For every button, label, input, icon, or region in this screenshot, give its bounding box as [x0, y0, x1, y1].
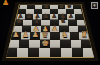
piece-white-pawn-a3[interactable]: ♟ [12, 32, 19, 40]
piece-black-pawn-g6[interactable]: ♟ [68, 13, 73, 19]
square-f1[interactable] [61, 48, 72, 57]
square-b2[interactable] [19, 40, 29, 48]
square-b5[interactable] [23, 20, 32, 26]
piece-white-pawn-c3[interactable]: ♟ [32, 32, 39, 40]
board-rank-1 [6, 48, 94, 57]
square-d1[interactable] [39, 48, 50, 57]
piece-black-pawn-d6[interactable]: ♟ [43, 13, 48, 19]
square-f2[interactable] [60, 40, 70, 48]
piece-white-knight-f3[interactable]: ♞ [61, 32, 68, 40]
piece-black-knight-f5[interactable]: ♞ [60, 19, 66, 26]
square-e3[interactable] [50, 32, 60, 39]
square-h7[interactable] [74, 9, 82, 14]
chess-app-window: ♟ ····· ♛♜♚♟♟♟♟♟♟♟♞♝♞♟♟♟♟♟♟♛♞♜♚ [0, 0, 100, 65]
piece-white-rook-h3[interactable]: ♜ [81, 32, 88, 40]
square-g1[interactable] [72, 48, 83, 57]
square-h8[interactable] [73, 5, 81, 10]
piece-black-knight-a5[interactable]: ♞ [16, 19, 22, 26]
square-e2[interactable] [50, 40, 60, 48]
piece-white-king-d2[interactable]: ♚ [41, 39, 49, 48]
square-b8[interactable] [27, 5, 35, 10]
square-e1[interactable] [50, 48, 61, 57]
board-rank-5 [15, 20, 86, 26]
piece-black-pawn-b6[interactable]: ♟ [26, 13, 31, 19]
square-c2[interactable] [29, 40, 39, 48]
square-h6[interactable] [75, 14, 83, 20]
square-c1[interactable] [28, 48, 39, 57]
square-g5[interactable] [68, 20, 77, 26]
square-c8[interactable] [35, 5, 43, 10]
square-b1[interactable] [17, 48, 28, 57]
piece-black-queen-d8[interactable]: ♛ [44, 4, 49, 9]
piece-black-rook-f8[interactable]: ♜ [59, 4, 64, 9]
piece-black-pawn-e6[interactable]: ♟ [52, 13, 57, 19]
piece-white-pawn-e4[interactable]: ♟ [51, 25, 57, 32]
opponent-portrait [91, 2, 98, 9]
square-g2[interactable] [71, 40, 81, 48]
board-rank-2 [9, 40, 92, 48]
square-a8[interactable] [19, 5, 27, 10]
piece-black-king-g8[interactable]: ♚ [67, 4, 72, 9]
piece-white-pawn-b3[interactable]: ♟ [22, 32, 29, 40]
square-g3[interactable] [70, 32, 80, 39]
square-e8[interactable] [50, 5, 58, 10]
orange-pawn-icon: ♟ [2, 0, 9, 8]
square-g4[interactable] [69, 26, 78, 33]
